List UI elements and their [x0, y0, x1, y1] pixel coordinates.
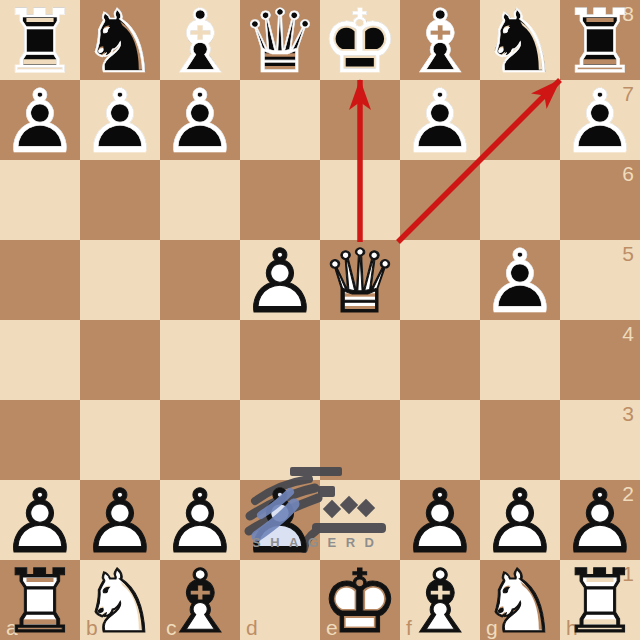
square-e2[interactable] — [320, 480, 400, 560]
square-b1[interactable]: b♞♘ — [80, 560, 160, 640]
square-c3[interactable] — [160, 400, 240, 480]
white-piece-outline: ♘ — [480, 562, 560, 640]
square-c5[interactable] — [160, 240, 240, 320]
square-f5[interactable] — [400, 240, 480, 320]
square-f8[interactable]: ♝♗ — [400, 0, 480, 80]
square-b3[interactable] — [80, 400, 160, 480]
piece-black-pawn[interactable]: ♟♙ — [160, 80, 240, 160]
piece-white-pawn[interactable]: ♟♙ — [240, 240, 320, 320]
piece-black-rook[interactable]: ♜♖ — [560, 0, 640, 80]
square-e6[interactable] — [320, 160, 400, 240]
piece-black-pawn[interactable]: ♟♙ — [0, 80, 80, 160]
white-piece-outline: ♘ — [80, 562, 160, 640]
square-g3[interactable] — [480, 400, 560, 480]
square-f7[interactable]: ♟♙ — [400, 80, 480, 160]
square-d6[interactable] — [240, 160, 320, 240]
square-h3[interactable]: 3 — [560, 400, 640, 480]
black-piece-outline: ♙ — [80, 82, 160, 162]
piece-white-bishop[interactable]: ♝♗ — [400, 560, 480, 640]
square-h1[interactable]: 1h♜♖ — [560, 560, 640, 640]
piece-black-pawn[interactable]: ♟♙ — [80, 80, 160, 160]
square-c7[interactable]: ♟♙ — [160, 80, 240, 160]
square-h2[interactable]: 2♟♙ — [560, 480, 640, 560]
square-a8[interactable]: ♜♖ — [0, 0, 80, 80]
piece-white-queen[interactable]: ♛♕ — [320, 240, 400, 320]
piece-white-pawn[interactable]: ♟♙ — [560, 480, 640, 560]
square-e8[interactable]: ♚♔ — [320, 0, 400, 80]
file-label-d: d — [246, 617, 258, 638]
piece-white-bishop[interactable]: ♝♗ — [160, 560, 240, 640]
square-h8[interactable]: 8♜♖ — [560, 0, 640, 80]
square-d2[interactable]: ♟♙ — [240, 480, 320, 560]
black-piece-outline: ♘ — [480, 2, 560, 82]
piece-white-pawn[interactable]: ♟♙ — [0, 480, 80, 560]
piece-white-pawn[interactable]: ♟♙ — [400, 480, 480, 560]
square-h4[interactable]: 4 — [560, 320, 640, 400]
piece-black-bishop[interactable]: ♝♗ — [160, 0, 240, 80]
piece-black-rook[interactable]: ♜♖ — [0, 0, 80, 80]
square-d8[interactable]: ♛♕ — [240, 0, 320, 80]
square-f1[interactable]: f♝♗ — [400, 560, 480, 640]
piece-black-queen[interactable]: ♛♕ — [240, 0, 320, 80]
black-piece-outline: ♙ — [560, 82, 640, 162]
square-b8[interactable]: ♞♘ — [80, 0, 160, 80]
piece-white-rook[interactable]: ♜♖ — [560, 560, 640, 640]
black-piece-outline: ♕ — [240, 2, 320, 82]
square-d5[interactable]: ♟♙ — [240, 240, 320, 320]
square-g8[interactable]: ♞♘ — [480, 0, 560, 80]
piece-black-knight[interactable]: ♞♘ — [80, 0, 160, 80]
black-piece-outline: ♙ — [480, 242, 560, 322]
rank-label-5: 5 — [622, 243, 634, 264]
white-piece-outline: ♙ — [240, 242, 320, 322]
square-a5[interactable] — [0, 240, 80, 320]
square-g6[interactable] — [480, 160, 560, 240]
black-piece-outline: ♙ — [160, 82, 240, 162]
square-a1[interactable]: a♜♖ — [0, 560, 80, 640]
piece-black-pawn[interactable]: ♟♙ — [400, 80, 480, 160]
square-c1[interactable]: c♝♗ — [160, 560, 240, 640]
square-d3[interactable] — [240, 400, 320, 480]
square-c2[interactable]: ♟♙ — [160, 480, 240, 560]
piece-white-rook[interactable]: ♜♖ — [0, 560, 80, 640]
square-f4[interactable] — [400, 320, 480, 400]
piece-black-pawn[interactable]: ♟♙ — [560, 80, 640, 160]
piece-white-pawn[interactable]: ♟♙ — [80, 480, 160, 560]
square-e3[interactable] — [320, 400, 400, 480]
square-b5[interactable] — [80, 240, 160, 320]
square-b4[interactable] — [80, 320, 160, 400]
chess-board: ♜♖♞♘♝♗♛♕♚♔♝♗♞♘8♜♖♟♙♟♙♟♙♟♙7♟♙6♟♙♛♕♟♙543♟♙… — [0, 0, 640, 640]
piece-white-pawn[interactable]: ♟♙ — [480, 480, 560, 560]
piece-black-pawn[interactable]: ♟♙ — [480, 240, 560, 320]
piece-black-bishop[interactable]: ♝♗ — [400, 0, 480, 80]
white-piece-outline: ♗ — [400, 562, 480, 640]
square-g1[interactable]: g♞♘ — [480, 560, 560, 640]
square-a3[interactable] — [0, 400, 80, 480]
square-e1[interactable]: e♚♔ — [320, 560, 400, 640]
square-b7[interactable]: ♟♙ — [80, 80, 160, 160]
square-g2[interactable]: ♟♙ — [480, 480, 560, 560]
piece-black-king[interactable]: ♚♔ — [320, 0, 400, 80]
piece-white-king[interactable]: ♚♔ — [320, 560, 400, 640]
board-squares: ♜♖♞♘♝♗♛♕♚♔♝♗♞♘8♜♖♟♙♟♙♟♙♟♙7♟♙6♟♙♛♕♟♙543♟♙… — [0, 0, 640, 640]
white-piece-outline: ♗ — [160, 562, 240, 640]
black-piece-outline: ♙ — [400, 82, 480, 162]
square-c8[interactable]: ♝♗ — [160, 0, 240, 80]
square-f3[interactable] — [400, 400, 480, 480]
piece-white-knight[interactable]: ♞♘ — [480, 560, 560, 640]
white-piece-outline: ♖ — [560, 562, 640, 640]
piece-white-knight[interactable]: ♞♘ — [80, 560, 160, 640]
square-a4[interactable] — [0, 320, 80, 400]
black-piece-outline: ♙ — [0, 82, 80, 162]
square-e5[interactable]: ♛♕ — [320, 240, 400, 320]
square-h5[interactable]: 5 — [560, 240, 640, 320]
white-piece-outline: ♕ — [320, 242, 400, 322]
rank-label-3: 3 — [622, 403, 634, 424]
square-a7[interactable]: ♟♙ — [0, 80, 80, 160]
piece-white-pawn[interactable]: ♟♙ — [240, 480, 320, 560]
white-piece-outline: ♙ — [240, 482, 320, 562]
black-piece-outline: ♔ — [320, 2, 400, 82]
piece-black-knight[interactable]: ♞♘ — [480, 0, 560, 80]
rank-label-4: 4 — [622, 323, 634, 344]
square-f2[interactable]: ♟♙ — [400, 480, 480, 560]
white-piece-outline: ♔ — [320, 562, 400, 640]
square-g5[interactable]: ♟♙ — [480, 240, 560, 320]
piece-white-pawn[interactable]: ♟♙ — [160, 480, 240, 560]
square-a2[interactable]: ♟♙ — [0, 480, 80, 560]
square-c4[interactable] — [160, 320, 240, 400]
square-h7[interactable]: 7♟♙ — [560, 80, 640, 160]
square-b2[interactable]: ♟♙ — [80, 480, 160, 560]
white-piece-outline: ♖ — [0, 562, 80, 640]
